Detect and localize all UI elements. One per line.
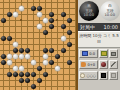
hoshi-point bbox=[56, 19, 58, 21]
go-stone-white bbox=[13, 66, 18, 71]
status-right: 10:00 bbox=[104, 23, 118, 31]
white-player-stone: 白 五段 10:00 bbox=[100, 1, 120, 21]
go-stone-black bbox=[43, 30, 48, 35]
go-stone-black bbox=[61, 48, 66, 53]
game-info-line1: 持時間 10分 コミ 5.5目 bbox=[78, 33, 120, 46]
snapshot-button[interactable] bbox=[109, 49, 118, 58]
board-view-button[interactable] bbox=[99, 71, 108, 80]
go-stone-black bbox=[13, 48, 18, 53]
pass-button[interactable]: 0+0 bbox=[79, 60, 98, 69]
go-stone-white bbox=[7, 54, 12, 59]
go-stone-white bbox=[37, 12, 42, 17]
go-stone-white bbox=[43, 60, 48, 65]
go-stone-white bbox=[13, 54, 18, 59]
black-player-time: 10:00 bbox=[84, 13, 94, 17]
go-board[interactable] bbox=[0, 0, 78, 90]
resign-button[interactable] bbox=[99, 60, 108, 69]
go-stone-white bbox=[37, 24, 42, 29]
go-stone-black bbox=[31, 72, 36, 77]
observe-button[interactable]: 0:0 bbox=[79, 49, 98, 58]
folder-icon bbox=[101, 51, 107, 56]
go-stone-white bbox=[25, 54, 30, 59]
go-stone-white bbox=[19, 66, 24, 71]
go-stone-black bbox=[37, 66, 42, 71]
side-panel: 黒 五段 10:00 白 五段 10:00 対局中 10:00 持時間 10分 … bbox=[78, 0, 120, 90]
go-stone-black bbox=[25, 48, 30, 53]
go-stone-white bbox=[13, 12, 18, 17]
go-stone-white bbox=[19, 6, 24, 11]
red-stone-icon bbox=[101, 62, 106, 67]
monitor-icon bbox=[82, 51, 88, 56]
go-stone-black bbox=[19, 48, 24, 53]
go-stone-black bbox=[1, 54, 6, 59]
camera-icon bbox=[111, 52, 116, 56]
go-stone-white bbox=[31, 60, 36, 65]
go-stone-black bbox=[61, 12, 66, 17]
go-stone-white bbox=[43, 54, 48, 59]
black-board-icon bbox=[101, 73, 106, 78]
go-stone-black bbox=[1, 36, 6, 41]
captures-label: 0:0 bbox=[89, 51, 95, 56]
player-cards: 黒 五段 10:00 白 五段 10:00 bbox=[78, 0, 120, 22]
hoshi-point bbox=[20, 19, 22, 21]
black-player-stone: 黒 五段 10:00 bbox=[79, 1, 99, 21]
go-stone-white bbox=[7, 60, 12, 65]
go-stone-black bbox=[49, 18, 54, 23]
white-player-time: 10:00 bbox=[105, 13, 115, 17]
go-stone-black bbox=[43, 72, 48, 77]
go-stone-black bbox=[25, 78, 30, 83]
go-stone-black bbox=[37, 6, 42, 11]
save-game-button[interactable] bbox=[99, 49, 108, 58]
break-button[interactable]: ○○○ bbox=[79, 71, 98, 80]
game-info: 持時間 10分 コミ 5.5目 よろしくお願いします bbox=[78, 31, 120, 48]
go-stone-white bbox=[43, 18, 48, 23]
settings-button[interactable] bbox=[109, 71, 118, 80]
go-stone-black bbox=[1, 60, 6, 65]
go-stone-black bbox=[67, 60, 72, 65]
go-stone-black bbox=[31, 84, 36, 89]
go-stone-white bbox=[61, 36, 66, 41]
go-stone-black bbox=[31, 6, 36, 11]
go-stone-black bbox=[1, 18, 6, 23]
go-stone-black bbox=[7, 36, 12, 41]
arrow-icon bbox=[111, 62, 116, 67]
go-stone-black bbox=[37, 78, 42, 83]
toolbar: 0:0 0+0 bbox=[78, 48, 120, 90]
nav-dots-label: ○○○ bbox=[87, 73, 96, 78]
cup-icon bbox=[80, 73, 85, 78]
go-stone-white bbox=[19, 54, 24, 59]
score-label: 0+0 bbox=[88, 62, 96, 67]
go-stone-black bbox=[67, 18, 72, 23]
go-stone-black bbox=[7, 72, 12, 77]
go-stone-black bbox=[49, 60, 54, 65]
go-stone-black bbox=[55, 54, 60, 59]
go-stone-black bbox=[43, 48, 48, 53]
go-stone-black bbox=[19, 72, 24, 77]
status-bar: 対局中 10:00 bbox=[78, 23, 120, 31]
undo-button[interactable] bbox=[109, 60, 118, 69]
hand-icon bbox=[81, 62, 86, 67]
go-stone-black bbox=[7, 12, 12, 17]
go-stone-black bbox=[49, 24, 54, 29]
go-stone-black bbox=[49, 12, 54, 17]
go-stone-black bbox=[61, 24, 66, 29]
status-left: 対局中 bbox=[80, 23, 95, 31]
go-stone-black bbox=[19, 78, 24, 83]
go-stone-white bbox=[13, 42, 18, 47]
go-stone-black bbox=[67, 42, 72, 47]
go-stone-black bbox=[67, 30, 72, 35]
go-stone-black bbox=[13, 72, 18, 77]
go-client-window: 黒 五段 10:00 白 五段 10:00 対局中 10:00 持時間 10分 … bbox=[0, 0, 120, 90]
gray-button-icon bbox=[111, 73, 116, 78]
go-stone-black bbox=[49, 48, 54, 53]
go-stone-white bbox=[55, 66, 60, 71]
go-stone-black bbox=[25, 72, 30, 77]
